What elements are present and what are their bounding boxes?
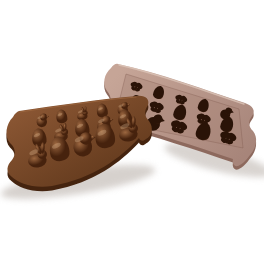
product-photo <box>0 0 264 264</box>
scene-svg <box>0 0 264 264</box>
